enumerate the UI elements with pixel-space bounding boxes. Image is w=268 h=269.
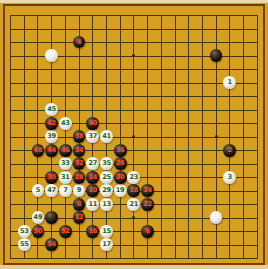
stone-white-35-H8: 35 (100, 157, 113, 170)
stone-black-34-F9: 34 (73, 144, 86, 157)
stone-black-4-F17: 4 (73, 36, 86, 49)
star-point (132, 135, 135, 138)
stone-white-55-B2: 55 (18, 238, 31, 251)
stone-black-50-C3: 50 (32, 225, 45, 238)
stone-black-38-F10: 38 (73, 130, 86, 143)
stone-black-48-C9: 48 (32, 144, 45, 157)
move-number: 13 (102, 201, 111, 208)
move-number: 9 (77, 187, 81, 194)
stone-black-18-K6: 18 (127, 184, 140, 197)
stone-black-26-J8: 26 (114, 157, 127, 170)
stone-white-15-H3: 15 (100, 225, 113, 238)
stone-white-11-G5: 11 (86, 198, 99, 211)
stone-black-2-R9: 2 (223, 144, 236, 157)
move-number: 10 (88, 187, 97, 194)
move-number: 30 (47, 174, 56, 181)
stone-black-6-L3: 6 (141, 225, 154, 238)
move-number: 38 (75, 133, 84, 140)
move-number: 52 (61, 228, 70, 235)
stone-white-45-D12: 45 (45, 103, 58, 116)
stone-black-28-F7: 28 (73, 171, 86, 184)
stone-black-16-G3: 16 (86, 225, 99, 238)
move-number: 47 (47, 187, 56, 194)
move-number: 16 (88, 228, 97, 235)
move-number: 20 (116, 174, 125, 181)
board-top-edge (0, 0, 268, 3)
move-number: 32 (75, 160, 84, 167)
stone-black-setup-D4 (45, 211, 58, 224)
stone-black-14-G7: 14 (86, 171, 99, 184)
stone-white-47-D6: 47 (45, 184, 58, 197)
move-number: 12 (75, 214, 84, 221)
go-board-diagram[interactable]: 1234567891011121314151617181920212223242… (0, 0, 268, 269)
move-number: 54 (47, 241, 56, 248)
stone-black-52-E3: 52 (59, 225, 72, 238)
move-number: 39 (47, 133, 56, 140)
stone-black-42-D11: 42 (45, 117, 58, 130)
stone-white-setup-D16 (45, 49, 58, 62)
move-number: 37 (88, 133, 97, 140)
move-number: 34 (75, 147, 84, 154)
move-number: 22 (143, 201, 152, 208)
move-number: 45 (47, 106, 56, 113)
move-number: 48 (34, 147, 43, 154)
move-number: 8 (77, 201, 81, 208)
stone-white-25-H7: 25 (100, 171, 113, 184)
stone-black-20-J7: 20 (114, 171, 127, 184)
stone-white-7-E6: 7 (59, 184, 72, 197)
stone-white-3-R7: 3 (223, 171, 236, 184)
move-number: 29 (102, 187, 111, 194)
stone-white-setup-Q4 (210, 211, 223, 224)
stone-black-32-F8: 32 (73, 157, 86, 170)
move-number: 36 (116, 147, 125, 154)
move-number: 11 (88, 201, 97, 208)
stone-white-37-G10: 37 (86, 130, 99, 143)
move-number: 25 (102, 174, 111, 181)
stone-white-9-F6: 9 (73, 184, 86, 197)
move-number: 21 (130, 201, 139, 208)
move-number: 50 (34, 228, 43, 235)
stone-white-21-K5: 21 (127, 198, 140, 211)
move-number: 6 (145, 228, 149, 235)
stone-white-1-R14: 1 (223, 76, 236, 89)
stone-white-41-H10: 41 (100, 130, 113, 143)
stone-white-49-C4: 49 (32, 211, 45, 224)
stone-white-53-B3: 53 (18, 225, 31, 238)
stone-white-13-H5: 13 (100, 198, 113, 211)
move-number: 31 (61, 174, 70, 181)
move-number: 41 (102, 133, 111, 140)
stone-white-17-H2: 17 (100, 238, 113, 251)
star-point (132, 216, 135, 219)
move-number: 40 (88, 120, 97, 127)
move-number: 19 (116, 187, 125, 194)
star-point (215, 135, 218, 138)
stone-black-22-L5: 22 (141, 198, 154, 211)
move-number: 2 (228, 147, 232, 154)
move-number: 14 (88, 174, 97, 181)
stone-black-10-G6: 10 (86, 184, 99, 197)
stone-black-40-G11: 40 (86, 117, 99, 130)
move-number: 28 (75, 174, 84, 181)
move-number: 3 (228, 174, 232, 181)
stone-white-19-J6: 19 (114, 184, 127, 197)
board-intersections: 1234567891011121314151617181920212223242… (4, 8, 264, 265)
stone-white-29-H6: 29 (100, 184, 113, 197)
move-number: 18 (130, 187, 139, 194)
stone-white-39-D10: 39 (45, 130, 58, 143)
move-number: 1 (228, 79, 232, 86)
move-number: 33 (61, 160, 70, 167)
stone-black-8-F5: 8 (73, 198, 86, 211)
stone-white-5-C6: 5 (32, 184, 45, 197)
move-number: 35 (102, 160, 111, 167)
move-number: 44 (47, 147, 56, 154)
move-number: 27 (88, 160, 97, 167)
stone-white-43-E11: 43 (59, 117, 72, 130)
move-number: 53 (20, 228, 29, 235)
move-number: 42 (47, 120, 56, 127)
move-number: 49 (34, 214, 43, 221)
stone-black-24-L6: 24 (141, 184, 154, 197)
stone-black-36-J9: 36 (114, 144, 127, 157)
stone-black-54-D2: 54 (45, 238, 58, 251)
move-number: 23 (130, 174, 139, 181)
stone-black-30-D7: 30 (45, 171, 58, 184)
board-bottom-edge (0, 265, 268, 269)
stone-black-setup-Q16 (210, 49, 223, 62)
stone-black-46-E9: 46 (59, 144, 72, 157)
stone-white-23-K7: 23 (127, 171, 140, 184)
stone-black-44-D9: 44 (45, 144, 58, 157)
stone-white-33-E8: 33 (59, 157, 72, 170)
move-number: 15 (102, 228, 111, 235)
move-number: 5 (36, 187, 40, 194)
move-number: 4 (77, 39, 81, 46)
stone-white-31-E7: 31 (59, 171, 72, 184)
move-number: 26 (116, 160, 125, 167)
star-point (132, 54, 135, 57)
move-number: 43 (61, 120, 70, 127)
move-number: 7 (63, 187, 67, 194)
stone-white-27-G8: 27 (86, 157, 99, 170)
move-number: 17 (102, 241, 111, 248)
move-number: 46 (61, 147, 70, 154)
stone-black-12-F4: 12 (73, 211, 86, 224)
move-number: 55 (20, 241, 29, 248)
move-number: 24 (143, 187, 152, 194)
